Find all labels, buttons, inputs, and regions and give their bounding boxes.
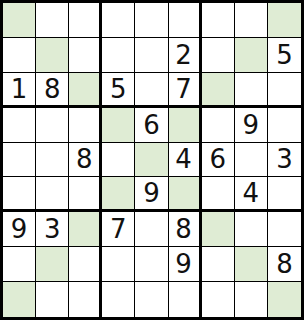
cell-r5c1[interactable]	[3, 143, 36, 178]
cell-r2c1[interactable]	[3, 38, 36, 73]
cell-r8c7[interactable]	[202, 247, 235, 282]
given-cell-r3c6: 7	[169, 73, 202, 108]
given-cell-r2c6: 2	[169, 38, 202, 73]
cell-r4c2[interactable]	[36, 108, 69, 143]
cell-r9c5[interactable]	[135, 282, 168, 317]
cell-r7c9[interactable]	[268, 212, 301, 247]
given-cell-r3c1: 1	[3, 73, 36, 108]
cell-r2c7[interactable]	[202, 38, 235, 73]
given-cell-r5c3: 8	[69, 143, 102, 178]
cell-r5c8[interactable]	[235, 143, 268, 178]
cell-r4c9[interactable]	[268, 108, 301, 143]
cell-r7c7[interactable]	[202, 212, 235, 247]
sudoku-board: 25185769846394937898	[0, 0, 304, 320]
cell-r7c3[interactable]	[69, 212, 102, 247]
given-cell-r7c2: 3	[36, 212, 69, 247]
cell-r9c3[interactable]	[69, 282, 102, 317]
cell-r1c4[interactable]	[102, 3, 135, 38]
given-cell-r8c9: 8	[268, 247, 301, 282]
cell-r4c4[interactable]	[102, 108, 135, 143]
cell-r7c5[interactable]	[135, 212, 168, 247]
cell-r4c6[interactable]	[169, 108, 202, 143]
cell-r9c1[interactable]	[3, 282, 36, 317]
cell-r2c3[interactable]	[69, 38, 102, 73]
given-cell-r3c4: 5	[102, 73, 135, 108]
given-cell-r7c1: 9	[3, 212, 36, 247]
cell-r9c6[interactable]	[169, 282, 202, 317]
cell-r1c7[interactable]	[202, 3, 235, 38]
cell-r8c2[interactable]	[36, 247, 69, 282]
cell-r2c2[interactable]	[36, 38, 69, 73]
cell-r6c2[interactable]	[36, 177, 69, 212]
cell-r6c6[interactable]	[169, 177, 202, 212]
cell-r3c8[interactable]	[235, 73, 268, 108]
given-cell-r3c2: 8	[36, 73, 69, 108]
cell-r8c4[interactable]	[102, 247, 135, 282]
cell-r9c2[interactable]	[36, 282, 69, 317]
cell-r9c4[interactable]	[102, 282, 135, 317]
cell-r1c6[interactable]	[169, 3, 202, 38]
cell-r4c7[interactable]	[202, 108, 235, 143]
cell-r8c8[interactable]	[235, 247, 268, 282]
cell-r2c4[interactable]	[102, 38, 135, 73]
given-cell-r5c9: 3	[268, 143, 301, 178]
cell-r6c7[interactable]	[202, 177, 235, 212]
cell-r2c8[interactable]	[235, 38, 268, 73]
cell-r3c5[interactable]	[135, 73, 168, 108]
cell-r6c1[interactable]	[3, 177, 36, 212]
given-cell-r7c4: 7	[102, 212, 135, 247]
sudoku-app: 25185769846394937898	[0, 0, 304, 320]
cell-r9c7[interactable]	[202, 282, 235, 317]
cell-r4c3[interactable]	[69, 108, 102, 143]
cell-r3c9[interactable]	[268, 73, 301, 108]
given-cell-r4c5: 6	[135, 108, 168, 143]
cell-r3c7[interactable]	[202, 73, 235, 108]
given-cell-r8c6: 9	[169, 247, 202, 282]
cell-r2c5[interactable]	[135, 38, 168, 73]
cell-r3c3[interactable]	[69, 73, 102, 108]
cell-r9c8[interactable]	[235, 282, 268, 317]
cell-r8c1[interactable]	[3, 247, 36, 282]
cell-r1c2[interactable]	[36, 3, 69, 38]
cell-r5c2[interactable]	[36, 143, 69, 178]
cell-r5c4[interactable]	[102, 143, 135, 178]
cell-r6c3[interactable]	[69, 177, 102, 212]
cell-r7c8[interactable]	[235, 212, 268, 247]
given-cell-r2c9: 5	[268, 38, 301, 73]
given-cell-r4c8: 9	[235, 108, 268, 143]
cell-r1c8[interactable]	[235, 3, 268, 38]
cell-r1c5[interactable]	[135, 3, 168, 38]
cell-r8c5[interactable]	[135, 247, 168, 282]
cell-r1c1[interactable]	[3, 3, 36, 38]
given-cell-r5c7: 6	[202, 143, 235, 178]
cell-r6c4[interactable]	[102, 177, 135, 212]
given-cell-r6c8: 4	[235, 177, 268, 212]
given-cell-r7c6: 8	[169, 212, 202, 247]
cell-r6c9[interactable]	[268, 177, 301, 212]
given-cell-r6c5: 9	[135, 177, 168, 212]
cell-r8c3[interactable]	[69, 247, 102, 282]
cell-r1c9[interactable]	[268, 3, 301, 38]
cell-r4c1[interactable]	[3, 108, 36, 143]
cell-r1c3[interactable]	[69, 3, 102, 38]
given-cell-r5c6: 4	[169, 143, 202, 178]
cell-r5c5[interactable]	[135, 143, 168, 178]
cell-r9c9[interactable]	[268, 282, 301, 317]
